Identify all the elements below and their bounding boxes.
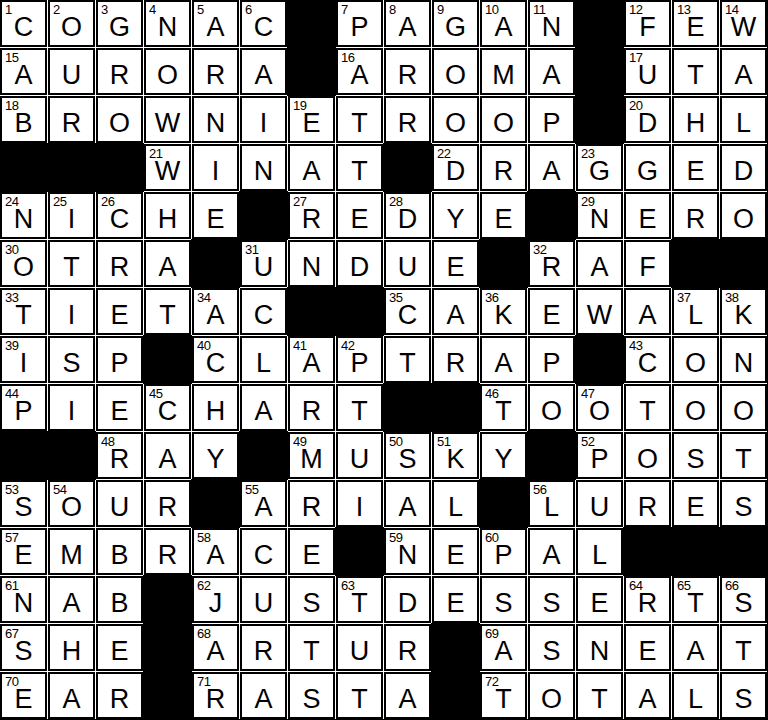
cell-letter: K xyxy=(722,302,765,329)
cell-letter: R xyxy=(242,638,285,665)
cell-letter: T xyxy=(146,302,189,329)
cell-r4c7[interactable]: A xyxy=(288,144,335,191)
cell-r11c15[interactable]: E xyxy=(672,480,719,527)
cell-r9c14[interactable]: T xyxy=(624,384,671,431)
cell-r9c8[interactable]: T xyxy=(336,384,383,431)
cell-r3c9[interactable]: R xyxy=(384,96,431,143)
cell-r4c10[interactable]: 22D xyxy=(432,144,479,191)
cell-letter: P xyxy=(98,350,141,377)
cell-r6c9[interactable]: U xyxy=(384,240,431,287)
cell-r14c6[interactable]: R xyxy=(240,624,287,671)
cell-r13c1[interactable]: 61N xyxy=(0,576,47,623)
cell-r13c5[interactable]: 62J xyxy=(192,576,239,623)
cell-letter: E xyxy=(434,590,477,617)
cell-r3c8[interactable]: T xyxy=(336,96,383,143)
cell-r5c16[interactable]: O xyxy=(720,192,767,239)
cell-letter: R xyxy=(290,206,333,233)
cell-r3c16[interactable]: L xyxy=(720,96,767,143)
cell-letter: E xyxy=(626,638,669,665)
cell-r13c10[interactable]: E xyxy=(432,576,479,623)
cell-r5c14[interactable]: E xyxy=(624,192,671,239)
cell-letter: O xyxy=(674,350,717,377)
cell-r15c1[interactable]: 70E xyxy=(0,672,47,719)
cell-r5c11[interactable]: E xyxy=(480,192,527,239)
cell-r4c12[interactable]: A xyxy=(528,144,575,191)
cell-r8c9[interactable]: T xyxy=(384,336,431,383)
cell-r7c3[interactable]: E xyxy=(96,288,143,335)
cell-r12c3[interactable]: B xyxy=(96,528,143,575)
cell-r6c12[interactable]: 32R xyxy=(528,240,575,287)
cell-r2c14[interactable]: 17U xyxy=(624,48,671,95)
cell-r9c4[interactable]: 45C xyxy=(144,384,191,431)
cell-r7c10[interactable]: A xyxy=(432,288,479,335)
cell-r6c4[interactable]: A xyxy=(144,240,191,287)
cell-r9c2[interactable]: I xyxy=(48,384,95,431)
cell-letter: J xyxy=(194,590,237,617)
cell-letter: A xyxy=(242,62,285,89)
cell-letter: R xyxy=(98,62,141,89)
cell-r5c8[interactable]: E xyxy=(336,192,383,239)
cell-letter: T xyxy=(722,638,765,665)
cell-r2c3[interactable]: R xyxy=(96,48,143,95)
cell-r12c5[interactable]: 58A xyxy=(192,528,239,575)
cell-r13c6[interactable]: U xyxy=(240,576,287,623)
cell-r8c7[interactable]: 41A xyxy=(288,336,335,383)
cell-r3c11[interactable]: O xyxy=(480,96,527,143)
cell-r8c15[interactable]: O xyxy=(672,336,719,383)
cell-r2c15[interactable]: T xyxy=(672,48,719,95)
cell-r5c2[interactable]: 25I xyxy=(48,192,95,239)
cell-r7c2[interactable]: I xyxy=(48,288,95,335)
cell-r1c1[interactable]: 1C xyxy=(0,0,47,47)
cell-r8c16[interactable]: N xyxy=(720,336,767,383)
cell-r13c7[interactable]: S xyxy=(288,576,335,623)
cell-letter: O xyxy=(482,110,525,137)
cell-r2c9[interactable]: R xyxy=(384,48,431,95)
cell-letter: O xyxy=(434,110,477,137)
cell-letter: O xyxy=(626,446,669,473)
cell-r1c10[interactable]: 9G xyxy=(432,0,479,47)
cell-r9c12[interactable]: O xyxy=(528,384,575,431)
cell-r15c16[interactable]: S xyxy=(720,672,767,719)
cell-letter: E xyxy=(434,542,477,569)
cell-r1c16[interactable]: 14W xyxy=(720,0,767,47)
cell-letter: R xyxy=(146,494,189,521)
cell-r1c8[interactable]: 7P xyxy=(336,0,383,47)
cell-letter: C xyxy=(146,398,189,425)
cell-r7c11[interactable]: 36K xyxy=(480,288,527,335)
cell-letter: S xyxy=(386,446,429,473)
cell-r1c5[interactable]: 5A xyxy=(192,0,239,47)
cell-r1c6[interactable]: 6C xyxy=(240,0,287,47)
cell-letter: D xyxy=(386,590,429,617)
cell-r7c15[interactable]: 37L xyxy=(672,288,719,335)
cell-letter: R xyxy=(530,254,573,281)
cell-r14c11[interactable]: 69A xyxy=(480,624,527,671)
cell-r3c14[interactable]: 20D xyxy=(624,96,671,143)
cell-letter: A xyxy=(338,62,381,89)
cell-letter: A xyxy=(434,302,477,329)
cell-r8c12[interactable]: P xyxy=(528,336,575,383)
cell-r12c1[interactable]: 57E xyxy=(0,528,47,575)
cell-letter: M xyxy=(50,542,93,569)
cell-letter: A xyxy=(50,686,93,713)
cell-r12c7[interactable]: E xyxy=(288,528,335,575)
cell-r15c12[interactable]: O xyxy=(528,672,575,719)
cell-r14c2[interactable]: H xyxy=(48,624,95,671)
cell-r3c4[interactable]: W xyxy=(144,96,191,143)
cell-letter: K xyxy=(434,446,477,473)
cell-r4c4[interactable]: 21W xyxy=(144,144,191,191)
cell-letter: S xyxy=(290,686,333,713)
cell-r10c16[interactable]: T xyxy=(720,432,767,479)
cell-r12c11[interactable]: 60P xyxy=(480,528,527,575)
cell-letter: N xyxy=(290,254,333,281)
cell-letter: R xyxy=(674,206,717,233)
cell-r8c6[interactable]: L xyxy=(240,336,287,383)
cell-letter: A xyxy=(386,686,429,713)
cell-r5c5[interactable]: E xyxy=(192,192,239,239)
crossword-grid: 1C2O3G4N5A6C7P8A9G10A11N12F13E14W15AUROR… xyxy=(0,0,767,719)
cell-r2c8[interactable]: 16A xyxy=(336,48,383,95)
cell-r13c15[interactable]: 65T xyxy=(672,576,719,623)
cell-r6c5 xyxy=(192,240,239,287)
cell-r3c12[interactable]: P xyxy=(528,96,575,143)
cell-r10c9[interactable]: 50S xyxy=(384,432,431,479)
cell-r15c14[interactable]: A xyxy=(624,672,671,719)
cell-r11c13[interactable]: U xyxy=(576,480,623,527)
cell-r8c5[interactable]: 40C xyxy=(192,336,239,383)
cell-r6c10[interactable]: E xyxy=(432,240,479,287)
cell-r15c9[interactable]: A xyxy=(384,672,431,719)
cell-r13c12[interactable]: S xyxy=(528,576,575,623)
cell-r5c7[interactable]: 27R xyxy=(288,192,335,239)
cell-r10c11[interactable]: Y xyxy=(480,432,527,479)
cell-letter: R xyxy=(482,158,525,185)
cell-r15c10 xyxy=(432,672,479,719)
cell-r4c13[interactable]: 23G xyxy=(576,144,623,191)
cell-r2c2[interactable]: U xyxy=(48,48,95,95)
cell-letter: G xyxy=(626,158,669,185)
cell-r7c1[interactable]: 33T xyxy=(0,288,47,335)
cell-r13c3[interactable]: B xyxy=(96,576,143,623)
cell-r2c1[interactable]: 15A xyxy=(0,48,47,95)
cell-r8c10[interactable]: R xyxy=(432,336,479,383)
cell-r6c8[interactable]: D xyxy=(336,240,383,287)
cell-r13c13[interactable]: E xyxy=(576,576,623,623)
cell-letter: A xyxy=(578,254,621,281)
cell-r10c10[interactable]: 51K xyxy=(432,432,479,479)
cell-letter: A xyxy=(146,446,189,473)
cell-r4c8[interactable]: T xyxy=(336,144,383,191)
cell-r12c12[interactable]: A xyxy=(528,528,575,575)
cell-letter: D xyxy=(434,158,477,185)
cell-letter: U xyxy=(386,254,429,281)
cell-letter: F xyxy=(626,14,669,41)
cell-r14c5[interactable]: 68A xyxy=(192,624,239,671)
cell-r4c14[interactable]: G xyxy=(624,144,671,191)
cell-letter: I xyxy=(338,494,381,521)
cell-r1c3[interactable]: 3G xyxy=(96,0,143,47)
cell-letter: C xyxy=(242,542,285,569)
cell-letter: A xyxy=(530,158,573,185)
cell-letter: S xyxy=(2,494,45,521)
cell-r14c7[interactable]: T xyxy=(288,624,335,671)
cell-r3c5[interactable]: N xyxy=(192,96,239,143)
cell-letter: T xyxy=(338,686,381,713)
cell-letter: Y xyxy=(482,446,525,473)
cell-r1c4[interactable]: 4N xyxy=(144,0,191,47)
cell-r11c12[interactable]: 56L xyxy=(528,480,575,527)
cell-letter: A xyxy=(674,638,717,665)
cell-r3c10[interactable]: O xyxy=(432,96,479,143)
cell-r9c16[interactable]: O xyxy=(720,384,767,431)
cell-r10c13[interactable]: 52P xyxy=(576,432,623,479)
cell-r3c1[interactable]: 18B xyxy=(0,96,47,143)
cell-r15c11[interactable]: 72T xyxy=(480,672,527,719)
cell-letter: M xyxy=(290,446,333,473)
cell-r9c3[interactable]: E xyxy=(96,384,143,431)
cell-r10c8[interactable]: U xyxy=(336,432,383,479)
cell-r7c14[interactable]: A xyxy=(624,288,671,335)
cell-r11c2[interactable]: 54O xyxy=(48,480,95,527)
cell-r2c16[interactable]: A xyxy=(720,48,767,95)
cell-letter: A xyxy=(194,638,237,665)
cell-r14c15[interactable]: A xyxy=(672,624,719,671)
cell-r11c4[interactable]: R xyxy=(144,480,191,527)
cell-r12c9[interactable]: 59N xyxy=(384,528,431,575)
cell-letter: W xyxy=(146,158,189,185)
cell-r1c14[interactable]: 12F xyxy=(624,0,671,47)
cell-r11c9[interactable]: A xyxy=(384,480,431,527)
cell-r2c6[interactable]: A xyxy=(240,48,287,95)
cell-r8c8[interactable]: 42P xyxy=(336,336,383,383)
cell-r15c5[interactable]: 71R xyxy=(192,672,239,719)
cell-r13c16[interactable]: 66S xyxy=(720,576,767,623)
cell-r12c8 xyxy=(336,528,383,575)
cell-r9c13[interactable]: 47O xyxy=(576,384,623,431)
cell-r15c15[interactable]: L xyxy=(672,672,719,719)
cell-r8c14[interactable]: 43C xyxy=(624,336,671,383)
cell-letter: C xyxy=(626,350,669,377)
cell-r4c16[interactable]: D xyxy=(720,144,767,191)
cell-r2c5[interactable]: R xyxy=(192,48,239,95)
cell-r11c6[interactable]: 55A xyxy=(240,480,287,527)
cell-letter: L xyxy=(242,350,285,377)
cell-r5c13[interactable]: 29N xyxy=(576,192,623,239)
cell-letter: R xyxy=(194,62,237,89)
cell-r10c1 xyxy=(0,432,47,479)
cell-letter: E xyxy=(674,158,717,185)
cell-letter: R xyxy=(98,686,141,713)
cell-r14c14[interactable]: E xyxy=(624,624,671,671)
cell-r15c3[interactable]: R xyxy=(96,672,143,719)
cell-r5c4[interactable]: H xyxy=(144,192,191,239)
cell-letter: A xyxy=(482,350,525,377)
cell-r13c8[interactable]: 63T xyxy=(336,576,383,623)
cell-r5c15[interactable]: R xyxy=(672,192,719,239)
cell-r6c3[interactable]: R xyxy=(96,240,143,287)
cell-r11c8[interactable]: I xyxy=(336,480,383,527)
cell-letter: O xyxy=(530,686,573,713)
cell-letter: Y xyxy=(434,206,477,233)
cell-r3c6[interactable]: I xyxy=(240,96,287,143)
cell-r10c4[interactable]: A xyxy=(144,432,191,479)
cell-r5c9[interactable]: 28D xyxy=(384,192,431,239)
cell-r2c4[interactable]: O xyxy=(144,48,191,95)
cell-r14c8[interactable]: U xyxy=(336,624,383,671)
cell-r1c11[interactable]: 10A xyxy=(480,0,527,47)
cell-r9c5[interactable]: H xyxy=(192,384,239,431)
cell-r7c5[interactable]: 34A xyxy=(192,288,239,335)
cell-letter: O xyxy=(722,206,765,233)
cell-letter: A xyxy=(2,62,45,89)
cell-letter: H xyxy=(674,110,717,137)
cell-r3c2[interactable]: R xyxy=(48,96,95,143)
cell-r7c13[interactable]: W xyxy=(576,288,623,335)
cell-letter: S xyxy=(2,638,45,665)
cell-letter: T xyxy=(338,590,381,617)
cell-r8c13 xyxy=(576,336,623,383)
cell-letter: C xyxy=(242,14,285,41)
cell-r6c7[interactable]: N xyxy=(288,240,335,287)
cell-r14c10 xyxy=(432,624,479,671)
cell-r2c12[interactable]: A xyxy=(528,48,575,95)
cell-r6c11 xyxy=(480,240,527,287)
cell-r15c8[interactable]: T xyxy=(336,672,383,719)
cell-r1c9[interactable]: 8A xyxy=(384,0,431,47)
cell-r8c1[interactable]: 39I xyxy=(0,336,47,383)
cell-r6c6[interactable]: 31U xyxy=(240,240,287,287)
cell-r7c16[interactable]: 38K xyxy=(720,288,767,335)
cell-r1c12[interactable]: 11N xyxy=(528,0,575,47)
cell-letter: O xyxy=(50,14,93,41)
cell-r12c13[interactable]: L xyxy=(576,528,623,575)
cell-r6c1[interactable]: 30O xyxy=(0,240,47,287)
cell-r13c14[interactable]: 64R xyxy=(624,576,671,623)
cell-r7c9[interactable]: 35C xyxy=(384,288,431,335)
cell-r14c4 xyxy=(144,624,191,671)
cell-r8c3[interactable]: P xyxy=(96,336,143,383)
cell-letter: A xyxy=(386,14,429,41)
cell-r3c7[interactable]: 19E xyxy=(288,96,335,143)
cell-r11c14[interactable]: R xyxy=(624,480,671,527)
cell-letter: E xyxy=(482,206,525,233)
cell-r15c7[interactable]: S xyxy=(288,672,335,719)
cell-r3c15[interactable]: H xyxy=(672,96,719,143)
cell-letter: R xyxy=(98,446,141,473)
cell-r10c3[interactable]: 48R xyxy=(96,432,143,479)
cell-letter: S xyxy=(722,686,765,713)
cell-r9c10 xyxy=(432,384,479,431)
cell-r14c12[interactable]: S xyxy=(528,624,575,671)
cell-r4c15[interactable]: E xyxy=(672,144,719,191)
cell-letter: U xyxy=(98,494,141,521)
cell-r9c1[interactable]: 44P xyxy=(0,384,47,431)
cell-r4c5[interactable]: I xyxy=(192,144,239,191)
cell-r9c7[interactable]: R xyxy=(288,384,335,431)
cell-r12c10[interactable]: E xyxy=(432,528,479,575)
cell-r11c16[interactable]: S xyxy=(720,480,767,527)
cell-letter: C xyxy=(386,302,429,329)
cell-r15c13[interactable]: T xyxy=(576,672,623,719)
cell-r7c12[interactable]: E xyxy=(528,288,575,335)
cell-r2c11[interactable]: M xyxy=(480,48,527,95)
cell-r10c14[interactable]: O xyxy=(624,432,671,479)
cell-r5c1[interactable]: 24N xyxy=(0,192,47,239)
cell-r9c11[interactable]: 46T xyxy=(480,384,527,431)
cell-letter: B xyxy=(98,590,141,617)
cell-r7c6[interactable]: C xyxy=(240,288,287,335)
cell-r9c9 xyxy=(384,384,431,431)
cell-r12c4[interactable]: R xyxy=(144,528,191,575)
cell-letter: O xyxy=(2,254,45,281)
cell-r2c10[interactable]: O xyxy=(432,48,479,95)
cell-r11c11 xyxy=(480,480,527,527)
cell-r12c6[interactable]: C xyxy=(240,528,287,575)
cell-letter: A xyxy=(482,638,525,665)
cell-r5c10[interactable]: Y xyxy=(432,192,479,239)
cell-r1c15[interactable]: 13E xyxy=(672,0,719,47)
cell-r11c3[interactable]: U xyxy=(96,480,143,527)
cell-r9c6[interactable]: A xyxy=(240,384,287,431)
cell-r10c15[interactable]: S xyxy=(672,432,719,479)
cell-r9c15[interactable]: O xyxy=(672,384,719,431)
cell-r13c2[interactable]: A xyxy=(48,576,95,623)
cell-r7c4[interactable]: T xyxy=(144,288,191,335)
cell-r14c13[interactable]: N xyxy=(576,624,623,671)
cell-r4c6[interactable]: N xyxy=(240,144,287,191)
cell-letter: Y xyxy=(194,446,237,473)
cell-r4c11[interactable]: R xyxy=(480,144,527,191)
cell-r14c1[interactable]: 67S xyxy=(0,624,47,671)
cell-r6c2[interactable]: T xyxy=(48,240,95,287)
cell-r14c3[interactable]: E xyxy=(96,624,143,671)
cell-letter: E xyxy=(530,302,573,329)
cell-r10c5[interactable]: Y xyxy=(192,432,239,479)
cell-letter: R xyxy=(290,494,333,521)
cell-r3c3[interactable]: O xyxy=(96,96,143,143)
cell-r13c9[interactable]: D xyxy=(384,576,431,623)
cell-r10c7[interactable]: 49M xyxy=(288,432,335,479)
cell-r6c14[interactable]: F xyxy=(624,240,671,287)
cell-r11c7[interactable]: R xyxy=(288,480,335,527)
cell-r12c2[interactable]: M xyxy=(48,528,95,575)
cell-letter: D xyxy=(386,206,429,233)
cell-r1c13 xyxy=(576,0,623,47)
cell-letter: D xyxy=(626,110,669,137)
cell-r5c3[interactable]: 26C xyxy=(96,192,143,239)
cell-letter: I xyxy=(194,158,237,185)
cell-r14c16[interactable]: T xyxy=(720,624,767,671)
cell-r11c1[interactable]: 53S xyxy=(0,480,47,527)
cell-r8c2[interactable]: S xyxy=(48,336,95,383)
cell-letter: A xyxy=(50,590,93,617)
cell-r15c2[interactable]: A xyxy=(48,672,95,719)
cell-letter: L xyxy=(674,686,717,713)
cell-letter: C xyxy=(2,14,45,41)
cell-letter: P xyxy=(482,542,525,569)
cell-r1c2[interactable]: 2O xyxy=(48,0,95,47)
cell-r8c11[interactable]: A xyxy=(480,336,527,383)
cell-r11c10[interactable]: L xyxy=(432,480,479,527)
cell-r8c4 xyxy=(144,336,191,383)
cell-r6c13[interactable]: A xyxy=(576,240,623,287)
cell-r15c6[interactable]: A xyxy=(240,672,287,719)
cell-r14c9[interactable]: R xyxy=(384,624,431,671)
cell-r13c11[interactable]: S xyxy=(480,576,527,623)
cell-letter: R xyxy=(146,542,189,569)
